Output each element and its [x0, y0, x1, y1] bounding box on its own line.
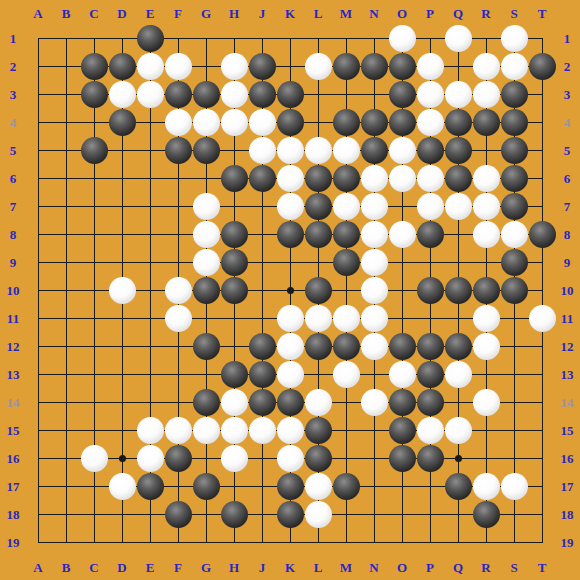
cell-E4[interactable]	[136, 108, 164, 136]
cell-D6[interactable]	[108, 164, 136, 192]
cell-J8[interactable]	[248, 220, 276, 248]
cell-P16[interactable]	[416, 444, 444, 472]
cell-M10[interactable]	[332, 276, 360, 304]
cell-K15[interactable]	[276, 416, 304, 444]
cell-E13[interactable]	[136, 360, 164, 388]
cell-C1[interactable]	[80, 24, 108, 52]
cell-N4[interactable]	[360, 108, 388, 136]
cell-R6[interactable]	[472, 164, 500, 192]
cell-F9[interactable]	[164, 248, 192, 276]
cell-Q10[interactable]	[444, 276, 472, 304]
cell-D13[interactable]	[108, 360, 136, 388]
cell-S5[interactable]	[500, 136, 528, 164]
cell-P1[interactable]	[416, 24, 444, 52]
cell-J6[interactable]	[248, 164, 276, 192]
cell-E17[interactable]	[136, 472, 164, 500]
cell-E6[interactable]	[136, 164, 164, 192]
cell-R5[interactable]	[472, 136, 500, 164]
cell-B17[interactable]	[52, 472, 80, 500]
cell-K2[interactable]	[276, 52, 304, 80]
cell-B8[interactable]	[52, 220, 80, 248]
cell-M13[interactable]	[332, 360, 360, 388]
cell-A15[interactable]	[24, 416, 52, 444]
cell-P7[interactable]	[416, 192, 444, 220]
cell-S18[interactable]	[500, 500, 528, 528]
cell-G6[interactable]	[192, 164, 220, 192]
cell-Q6[interactable]	[444, 164, 472, 192]
cell-K10[interactable]	[276, 276, 304, 304]
cell-O16[interactable]	[388, 444, 416, 472]
cell-K11[interactable]	[276, 304, 304, 332]
cell-G15[interactable]	[192, 416, 220, 444]
cell-O3[interactable]	[388, 80, 416, 108]
cell-D1[interactable]	[108, 24, 136, 52]
cell-L10[interactable]	[304, 276, 332, 304]
cell-L2[interactable]	[304, 52, 332, 80]
cell-P12[interactable]	[416, 332, 444, 360]
cell-M4[interactable]	[332, 108, 360, 136]
cell-E14[interactable]	[136, 388, 164, 416]
cell-Q9[interactable]	[444, 248, 472, 276]
cell-A16[interactable]	[24, 444, 52, 472]
cell-T4[interactable]	[528, 108, 556, 136]
cell-G12[interactable]	[192, 332, 220, 360]
cell-S6[interactable]	[500, 164, 528, 192]
cell-L4[interactable]	[304, 108, 332, 136]
cell-N10[interactable]	[360, 276, 388, 304]
cell-B14[interactable]	[52, 388, 80, 416]
cell-J1[interactable]	[248, 24, 276, 52]
cell-A14[interactable]	[24, 388, 52, 416]
cell-S2[interactable]	[500, 52, 528, 80]
cell-K12[interactable]	[276, 332, 304, 360]
cell-N12[interactable]	[360, 332, 388, 360]
cell-K16[interactable]	[276, 444, 304, 472]
cell-B1[interactable]	[52, 24, 80, 52]
cell-S10[interactable]	[500, 276, 528, 304]
cell-R17[interactable]	[472, 472, 500, 500]
cell-R2[interactable]	[472, 52, 500, 80]
cell-D10[interactable]	[108, 276, 136, 304]
cell-T12[interactable]	[528, 332, 556, 360]
cell-L6[interactable]	[304, 164, 332, 192]
cell-C2[interactable]	[80, 52, 108, 80]
cell-N15[interactable]	[360, 416, 388, 444]
cell-A5[interactable]	[24, 136, 52, 164]
cell-Q14[interactable]	[444, 388, 472, 416]
cell-P9[interactable]	[416, 248, 444, 276]
cell-G4[interactable]	[192, 108, 220, 136]
cell-T9[interactable]	[528, 248, 556, 276]
cell-S7[interactable]	[500, 192, 528, 220]
cell-O18[interactable]	[388, 500, 416, 528]
cell-R10[interactable]	[472, 276, 500, 304]
cell-G1[interactable]	[192, 24, 220, 52]
cell-C3[interactable]	[80, 80, 108, 108]
cell-B11[interactable]	[52, 304, 80, 332]
cell-M5[interactable]	[332, 136, 360, 164]
cell-S4[interactable]	[500, 108, 528, 136]
cell-H13[interactable]	[220, 360, 248, 388]
cell-Q1[interactable]	[444, 24, 472, 52]
cell-E16[interactable]	[136, 444, 164, 472]
cell-C8[interactable]	[80, 220, 108, 248]
cell-K17[interactable]	[276, 472, 304, 500]
cell-P5[interactable]	[416, 136, 444, 164]
cell-O6[interactable]	[388, 164, 416, 192]
cell-S3[interactable]	[500, 80, 528, 108]
cell-H10[interactable]	[220, 276, 248, 304]
cell-S19[interactable]	[500, 528, 528, 556]
cell-J17[interactable]	[248, 472, 276, 500]
cell-N3[interactable]	[360, 80, 388, 108]
cell-P3[interactable]	[416, 80, 444, 108]
cell-K18[interactable]	[276, 500, 304, 528]
cell-E7[interactable]	[136, 192, 164, 220]
cell-A10[interactable]	[24, 276, 52, 304]
cell-P14[interactable]	[416, 388, 444, 416]
cell-H8[interactable]	[220, 220, 248, 248]
cell-F19[interactable]	[164, 528, 192, 556]
cell-R15[interactable]	[472, 416, 500, 444]
cell-O11[interactable]	[388, 304, 416, 332]
cell-P19[interactable]	[416, 528, 444, 556]
cell-A13[interactable]	[24, 360, 52, 388]
cell-G7[interactable]	[192, 192, 220, 220]
cell-R12[interactable]	[472, 332, 500, 360]
cell-N5[interactable]	[360, 136, 388, 164]
cell-J13[interactable]	[248, 360, 276, 388]
cell-E3[interactable]	[136, 80, 164, 108]
cell-R14[interactable]	[472, 388, 500, 416]
cell-H11[interactable]	[220, 304, 248, 332]
cell-G8[interactable]	[192, 220, 220, 248]
cell-E2[interactable]	[136, 52, 164, 80]
cell-A17[interactable]	[24, 472, 52, 500]
cell-O2[interactable]	[388, 52, 416, 80]
cell-K1[interactable]	[276, 24, 304, 52]
cell-P8[interactable]	[416, 220, 444, 248]
cell-K13[interactable]	[276, 360, 304, 388]
cell-L9[interactable]	[304, 248, 332, 276]
cell-J18[interactable]	[248, 500, 276, 528]
cell-A9[interactable]	[24, 248, 52, 276]
cell-R7[interactable]	[472, 192, 500, 220]
cell-T6[interactable]	[528, 164, 556, 192]
cell-S17[interactable]	[500, 472, 528, 500]
cell-K3[interactable]	[276, 80, 304, 108]
cell-B19[interactable]	[52, 528, 80, 556]
cell-E19[interactable]	[136, 528, 164, 556]
cell-C7[interactable]	[80, 192, 108, 220]
cell-H14[interactable]	[220, 388, 248, 416]
cell-B18[interactable]	[52, 500, 80, 528]
cell-H12[interactable]	[220, 332, 248, 360]
cell-Q17[interactable]	[444, 472, 472, 500]
cell-M17[interactable]	[332, 472, 360, 500]
cell-M11[interactable]	[332, 304, 360, 332]
cell-J3[interactable]	[248, 80, 276, 108]
cell-H15[interactable]	[220, 416, 248, 444]
cell-P17[interactable]	[416, 472, 444, 500]
cell-G10[interactable]	[192, 276, 220, 304]
cell-R18[interactable]	[472, 500, 500, 528]
cell-N2[interactable]	[360, 52, 388, 80]
cell-D14[interactable]	[108, 388, 136, 416]
cell-O12[interactable]	[388, 332, 416, 360]
cell-M1[interactable]	[332, 24, 360, 52]
cell-H6[interactable]	[220, 164, 248, 192]
cell-R8[interactable]	[472, 220, 500, 248]
cell-N8[interactable]	[360, 220, 388, 248]
cell-J12[interactable]	[248, 332, 276, 360]
cell-Q18[interactable]	[444, 500, 472, 528]
cell-O9[interactable]	[388, 248, 416, 276]
cell-C14[interactable]	[80, 388, 108, 416]
cell-D3[interactable]	[108, 80, 136, 108]
cell-O13[interactable]	[388, 360, 416, 388]
cell-S9[interactable]	[500, 248, 528, 276]
cell-C11[interactable]	[80, 304, 108, 332]
cell-G13[interactable]	[192, 360, 220, 388]
cell-J15[interactable]	[248, 416, 276, 444]
cell-P2[interactable]	[416, 52, 444, 80]
cell-H5[interactable]	[220, 136, 248, 164]
cell-M8[interactable]	[332, 220, 360, 248]
cell-N9[interactable]	[360, 248, 388, 276]
cell-T8[interactable]	[528, 220, 556, 248]
cell-P10[interactable]	[416, 276, 444, 304]
cell-N19[interactable]	[360, 528, 388, 556]
cell-R1[interactable]	[472, 24, 500, 52]
cell-A19[interactable]	[24, 528, 52, 556]
cell-M12[interactable]	[332, 332, 360, 360]
cell-S13[interactable]	[500, 360, 528, 388]
cell-H17[interactable]	[220, 472, 248, 500]
cell-O4[interactable]	[388, 108, 416, 136]
cell-A8[interactable]	[24, 220, 52, 248]
cell-Q5[interactable]	[444, 136, 472, 164]
cell-F13[interactable]	[164, 360, 192, 388]
cell-F15[interactable]	[164, 416, 192, 444]
cell-H19[interactable]	[220, 528, 248, 556]
cell-K4[interactable]	[276, 108, 304, 136]
cell-G14[interactable]	[192, 388, 220, 416]
cell-B15[interactable]	[52, 416, 80, 444]
cell-T5[interactable]	[528, 136, 556, 164]
cell-Q11[interactable]	[444, 304, 472, 332]
cell-N7[interactable]	[360, 192, 388, 220]
cell-D17[interactable]	[108, 472, 136, 500]
cell-O7[interactable]	[388, 192, 416, 220]
cell-S12[interactable]	[500, 332, 528, 360]
cell-G16[interactable]	[192, 444, 220, 472]
cell-G19[interactable]	[192, 528, 220, 556]
cell-L3[interactable]	[304, 80, 332, 108]
cell-F14[interactable]	[164, 388, 192, 416]
cell-M15[interactable]	[332, 416, 360, 444]
cell-B6[interactable]	[52, 164, 80, 192]
cell-K8[interactable]	[276, 220, 304, 248]
cell-T17[interactable]	[528, 472, 556, 500]
cell-E1[interactable]	[136, 24, 164, 52]
cell-F11[interactable]	[164, 304, 192, 332]
cell-D9[interactable]	[108, 248, 136, 276]
cell-J16[interactable]	[248, 444, 276, 472]
cell-N13[interactable]	[360, 360, 388, 388]
cell-D11[interactable]	[108, 304, 136, 332]
cell-K9[interactable]	[276, 248, 304, 276]
cell-C16[interactable]	[80, 444, 108, 472]
cell-P4[interactable]	[416, 108, 444, 136]
cell-G5[interactable]	[192, 136, 220, 164]
cell-A7[interactable]	[24, 192, 52, 220]
cell-P6[interactable]	[416, 164, 444, 192]
cell-O19[interactable]	[388, 528, 416, 556]
cell-F5[interactable]	[164, 136, 192, 164]
cell-L16[interactable]	[304, 444, 332, 472]
cell-E11[interactable]	[136, 304, 164, 332]
cell-P13[interactable]	[416, 360, 444, 388]
cell-T1[interactable]	[528, 24, 556, 52]
cell-B12[interactable]	[52, 332, 80, 360]
cell-C4[interactable]	[80, 108, 108, 136]
cell-O5[interactable]	[388, 136, 416, 164]
cell-K19[interactable]	[276, 528, 304, 556]
cell-R9[interactable]	[472, 248, 500, 276]
cell-M19[interactable]	[332, 528, 360, 556]
cell-H4[interactable]	[220, 108, 248, 136]
cell-L12[interactable]	[304, 332, 332, 360]
cell-H1[interactable]	[220, 24, 248, 52]
cell-E18[interactable]	[136, 500, 164, 528]
cell-C19[interactable]	[80, 528, 108, 556]
cell-O1[interactable]	[388, 24, 416, 52]
cell-E5[interactable]	[136, 136, 164, 164]
cell-C18[interactable]	[80, 500, 108, 528]
cell-F4[interactable]	[164, 108, 192, 136]
cell-T16[interactable]	[528, 444, 556, 472]
cell-Q2[interactable]	[444, 52, 472, 80]
cell-L8[interactable]	[304, 220, 332, 248]
cell-L17[interactable]	[304, 472, 332, 500]
cell-Q15[interactable]	[444, 416, 472, 444]
cell-D2[interactable]	[108, 52, 136, 80]
cell-T11[interactable]	[528, 304, 556, 332]
cell-P11[interactable]	[416, 304, 444, 332]
cell-A18[interactable]	[24, 500, 52, 528]
cell-F8[interactable]	[164, 220, 192, 248]
cell-Q4[interactable]	[444, 108, 472, 136]
cell-F7[interactable]	[164, 192, 192, 220]
cell-J2[interactable]	[248, 52, 276, 80]
cell-H18[interactable]	[220, 500, 248, 528]
cell-L7[interactable]	[304, 192, 332, 220]
cell-C12[interactable]	[80, 332, 108, 360]
cell-K5[interactable]	[276, 136, 304, 164]
cell-B2[interactable]	[52, 52, 80, 80]
cell-F18[interactable]	[164, 500, 192, 528]
cell-T2[interactable]	[528, 52, 556, 80]
cell-P15[interactable]	[416, 416, 444, 444]
cell-M18[interactable]	[332, 500, 360, 528]
cell-F3[interactable]	[164, 80, 192, 108]
cell-C6[interactable]	[80, 164, 108, 192]
cell-S15[interactable]	[500, 416, 528, 444]
cell-Q12[interactable]	[444, 332, 472, 360]
cell-M3[interactable]	[332, 80, 360, 108]
cell-D8[interactable]	[108, 220, 136, 248]
cell-O17[interactable]	[388, 472, 416, 500]
cell-G17[interactable]	[192, 472, 220, 500]
cell-N11[interactable]	[360, 304, 388, 332]
cell-T19[interactable]	[528, 528, 556, 556]
cell-D16[interactable]	[108, 444, 136, 472]
cell-R3[interactable]	[472, 80, 500, 108]
cell-M2[interactable]	[332, 52, 360, 80]
cell-Q8[interactable]	[444, 220, 472, 248]
cell-J10[interactable]	[248, 276, 276, 304]
cell-T7[interactable]	[528, 192, 556, 220]
cell-N1[interactable]	[360, 24, 388, 52]
cell-E10[interactable]	[136, 276, 164, 304]
cell-B3[interactable]	[52, 80, 80, 108]
cell-C10[interactable]	[80, 276, 108, 304]
cell-B5[interactable]	[52, 136, 80, 164]
cell-A12[interactable]	[24, 332, 52, 360]
cell-T15[interactable]	[528, 416, 556, 444]
cell-H9[interactable]	[220, 248, 248, 276]
cell-D12[interactable]	[108, 332, 136, 360]
cell-N18[interactable]	[360, 500, 388, 528]
cell-G9[interactable]	[192, 248, 220, 276]
cell-D5[interactable]	[108, 136, 136, 164]
cell-N16[interactable]	[360, 444, 388, 472]
cell-Q16[interactable]	[444, 444, 472, 472]
cell-M6[interactable]	[332, 164, 360, 192]
cell-B13[interactable]	[52, 360, 80, 388]
cell-L5[interactable]	[304, 136, 332, 164]
cell-T14[interactable]	[528, 388, 556, 416]
cell-C17[interactable]	[80, 472, 108, 500]
cell-S14[interactable]	[500, 388, 528, 416]
cell-F1[interactable]	[164, 24, 192, 52]
cell-Q7[interactable]	[444, 192, 472, 220]
cell-D15[interactable]	[108, 416, 136, 444]
cell-S11[interactable]	[500, 304, 528, 332]
cell-N17[interactable]	[360, 472, 388, 500]
cell-S8[interactable]	[500, 220, 528, 248]
cell-A6[interactable]	[24, 164, 52, 192]
cell-C15[interactable]	[80, 416, 108, 444]
cell-Q19[interactable]	[444, 528, 472, 556]
cell-K7[interactable]	[276, 192, 304, 220]
cell-H2[interactable]	[220, 52, 248, 80]
cell-J19[interactable]	[248, 528, 276, 556]
cell-F10[interactable]	[164, 276, 192, 304]
cell-B7[interactable]	[52, 192, 80, 220]
cell-O8[interactable]	[388, 220, 416, 248]
cell-C13[interactable]	[80, 360, 108, 388]
cell-L18[interactable]	[304, 500, 332, 528]
cell-O14[interactable]	[388, 388, 416, 416]
cell-D18[interactable]	[108, 500, 136, 528]
cell-A11[interactable]	[24, 304, 52, 332]
cell-M16[interactable]	[332, 444, 360, 472]
cell-F12[interactable]	[164, 332, 192, 360]
cell-P18[interactable]	[416, 500, 444, 528]
cell-J7[interactable]	[248, 192, 276, 220]
